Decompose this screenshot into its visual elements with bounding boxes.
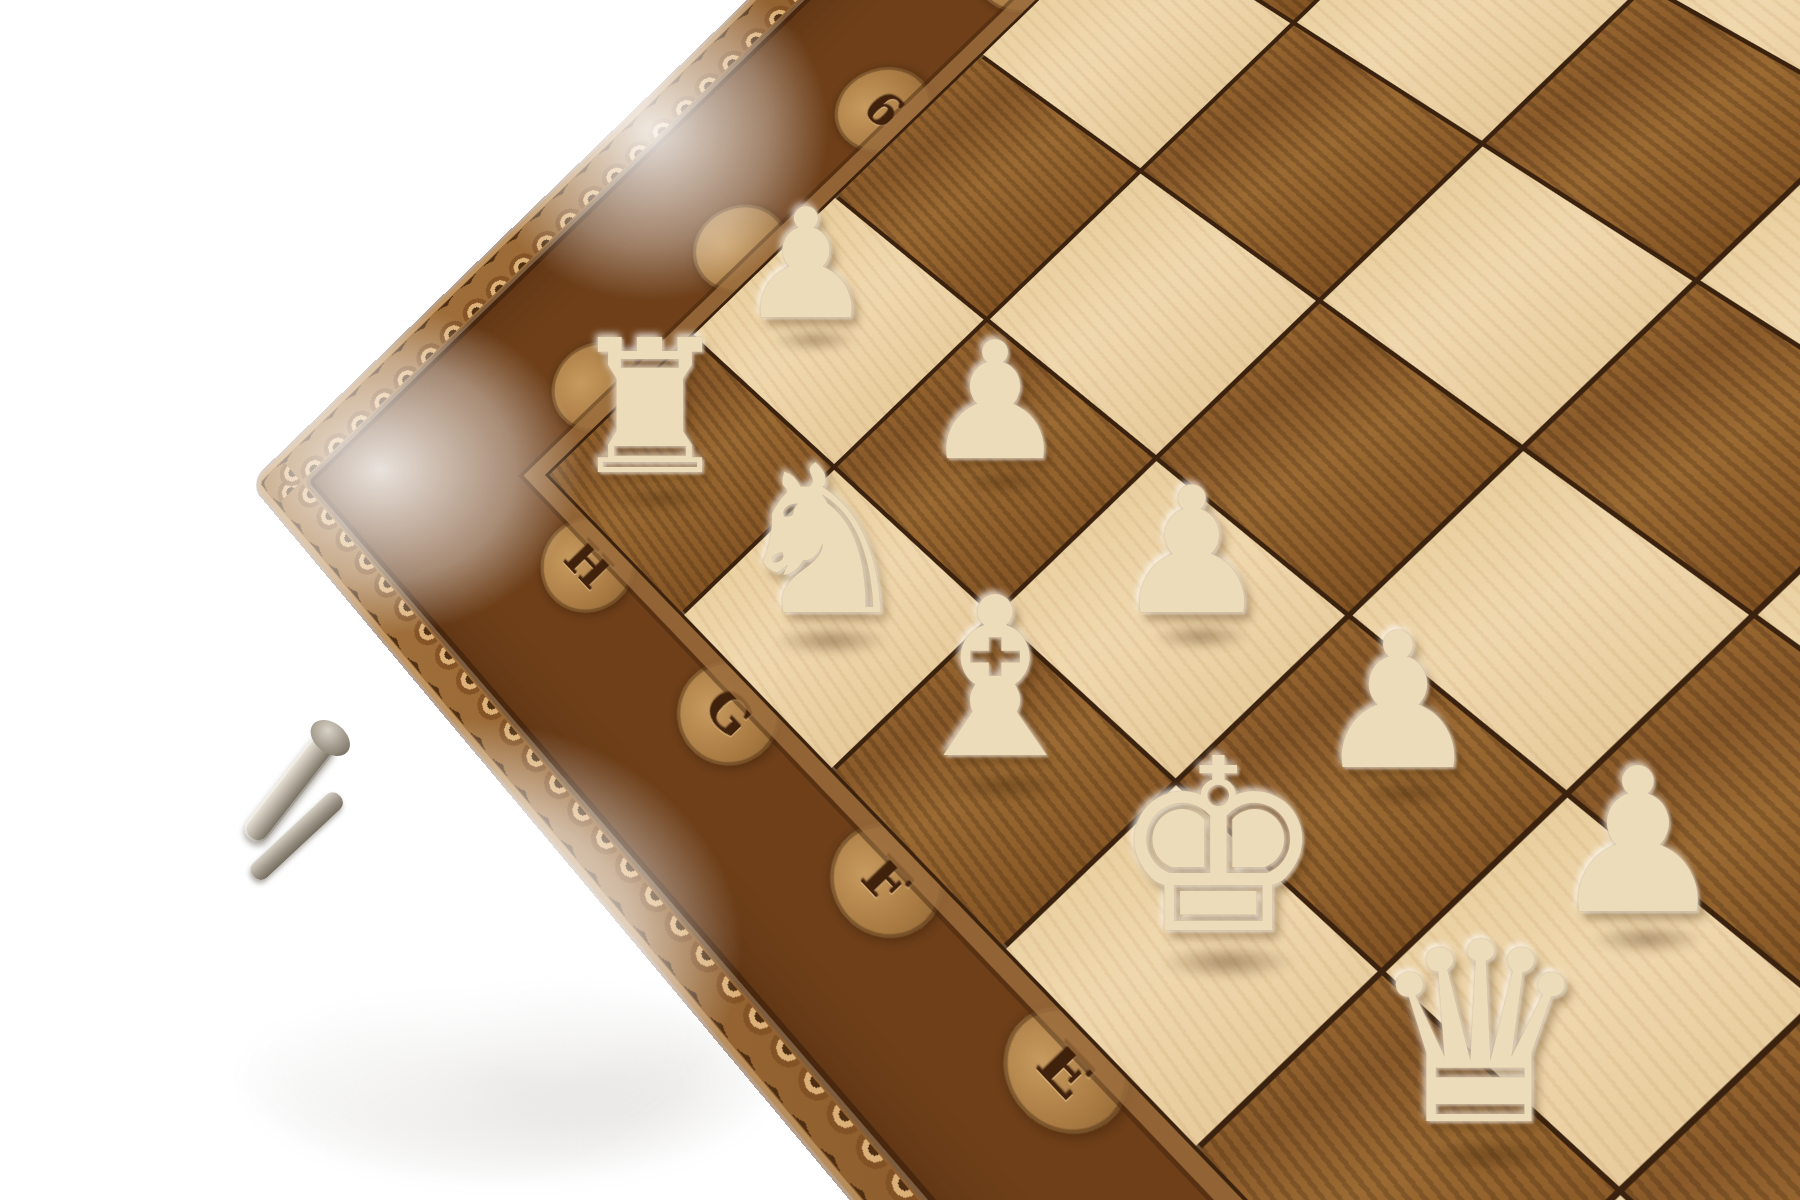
white-pawn-glyph: ♟ — [914, 320, 1077, 483]
piece-white-king-e8[interactable]: ♚ — [1098, 727, 1338, 981]
piece-shadow — [1392, 1130, 1587, 1180]
white-pawn-glyph: ♟ — [1105, 464, 1280, 639]
white-queen-glyph: ♛ — [1355, 910, 1605, 1160]
piece-shadow — [1134, 938, 1321, 986]
piece-white-rook-h8[interactable]: ♜ — [558, 316, 743, 512]
board-photo: HGFE65 ♟♟♜♟♞♝♟♟♚♛ — [0, 0, 1800, 1200]
piece-shadow — [918, 764, 1090, 808]
white-king-glyph: ♚ — [1098, 727, 1338, 967]
piece-white-bishop-f8[interactable]: ♝ — [885, 569, 1105, 802]
pieces-layer: ♟♟♜♟♞♝♟♟♚♛ — [0, 0, 1800, 1200]
white-rook-glyph: ♜ — [558, 316, 743, 501]
piece-shadow — [755, 325, 874, 355]
white-bishop-glyph: ♝ — [885, 569, 1105, 789]
white-pawn-glyph: ♟ — [730, 189, 882, 341]
piece-shadow — [587, 480, 731, 517]
piece-shadow — [940, 465, 1067, 498]
piece-white-pawn-f7[interactable]: ♟ — [1105, 464, 1280, 650]
piece-white-pawn-g7[interactable]: ♟ — [914, 320, 1077, 493]
piece-shadow — [1133, 619, 1270, 654]
piece-white-pawn-h7[interactable]: ♟ — [730, 189, 882, 350]
piece-shadow — [1334, 774, 1481, 812]
piece-white-queen-d8[interactable]: ♛ — [1355, 910, 1605, 1175]
